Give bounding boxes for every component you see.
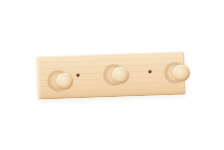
peg-ball (111, 66, 129, 84)
peg-ball (172, 64, 190, 82)
peg-ball (55, 72, 73, 90)
screw-dot (76, 74, 79, 77)
board-left-endgrain (36, 56, 41, 99)
wood-board (36, 51, 185, 99)
screw-dot (148, 70, 151, 73)
product-photo (0, 0, 224, 150)
